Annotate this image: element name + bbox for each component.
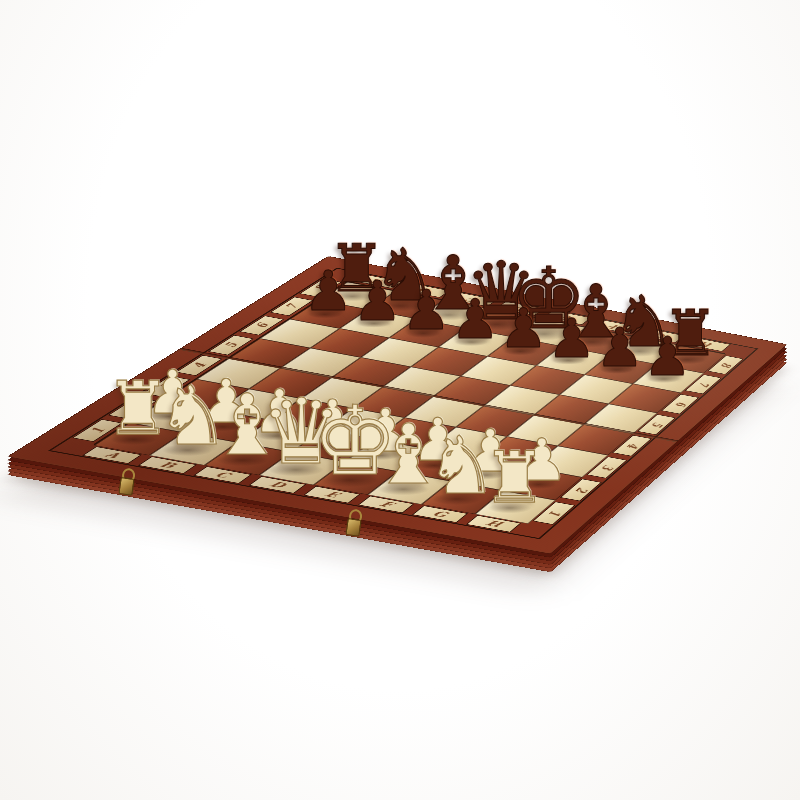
coordinate-label: 1: [545, 510, 564, 517]
coordinate-label: 4: [623, 442, 641, 448]
chess-set-photo: AA11BB22CC33DD44EE55FF66GG77HH88 ♜♞♝♛♚♝♞…: [0, 0, 800, 800]
coordinate-label: E: [559, 314, 575, 321]
coordinate-label: G: [653, 332, 669, 339]
coordinate-label: 8: [717, 362, 733, 368]
coordinate-label: A: [102, 451, 123, 459]
coordinate-label: B: [417, 287, 435, 294]
coordinate-label: H: [483, 519, 504, 528]
coordinate-label: F: [607, 323, 622, 330]
coordinate-label: 4: [189, 362, 209, 368]
coordinate-label: 3: [598, 464, 616, 471]
coordinate-label: F: [377, 500, 395, 508]
coordinate-label: 6: [252, 322, 271, 328]
coordinate-label: H: [699, 341, 716, 348]
coordinate-label: 8: [312, 285, 330, 291]
coordinate-label: G: [430, 510, 450, 518]
coordinate-label: 6: [672, 401, 689, 407]
coordinate-label: E: [322, 491, 341, 499]
coordinate-label: 1: [87, 427, 108, 434]
coordinate-label: 7: [282, 303, 300, 309]
coordinate-label: D: [267, 481, 288, 489]
coordinate-label: 5: [221, 342, 240, 348]
coordinate-label: D: [512, 305, 529, 312]
coordinate-label: 3: [156, 383, 176, 389]
coordinate-label: A: [369, 278, 386, 285]
coordinate-label: C: [213, 471, 233, 479]
coordinate-label: 2: [122, 405, 143, 412]
coordinate-label: C: [465, 296, 482, 303]
coordinate-label: 7: [695, 381, 712, 387]
coordinate-label: 5: [648, 421, 665, 427]
coordinate-label: 2: [572, 487, 590, 494]
coordinate-label: B: [157, 461, 178, 469]
